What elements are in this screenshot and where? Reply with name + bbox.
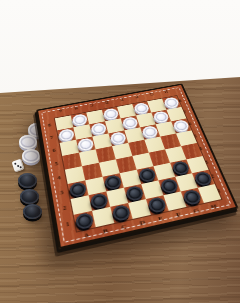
die-pip xyxy=(19,166,22,169)
file-label: C xyxy=(83,102,99,109)
black-reserve-piece[interactable] xyxy=(18,173,37,188)
file-label: F xyxy=(129,94,145,101)
black-piece[interactable] xyxy=(75,212,94,230)
black-reserve-piece[interactable] xyxy=(23,204,42,219)
black-reserve-piece[interactable] xyxy=(20,189,39,204)
file-label: H xyxy=(158,88,174,94)
white-reserve-piece[interactable] xyxy=(19,135,37,149)
photo-scene: ABCDEFGH ABCDEFGH 87654321 87654321 xyxy=(0,0,240,303)
file-label: G xyxy=(143,91,159,97)
file-label: D xyxy=(99,99,115,106)
file-label: A xyxy=(52,108,68,115)
file-label: E xyxy=(114,96,130,103)
file-label: B xyxy=(68,105,84,112)
white-reserve-piece[interactable] xyxy=(22,149,40,163)
